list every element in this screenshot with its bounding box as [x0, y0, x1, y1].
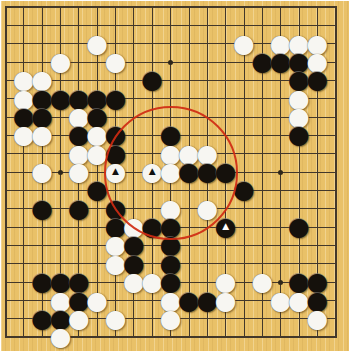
board-cell[interactable]: ● [88, 35, 106, 53]
board-cell[interactable] [143, 328, 161, 346]
board-cell[interactable]: ● [70, 310, 88, 328]
board-cell[interactable] [33, 16, 51, 34]
board-cell[interactable] [180, 310, 198, 328]
board-cell[interactable] [235, 108, 253, 126]
board-cell[interactable] [0, 163, 15, 181]
board-cell[interactable] [198, 53, 216, 71]
board-cell[interactable] [88, 0, 106, 16]
board-cell[interactable] [180, 71, 198, 89]
board-cell[interactable] [51, 236, 69, 254]
board-cell[interactable] [51, 218, 69, 236]
board-cell[interactable] [327, 163, 345, 181]
board-cell[interactable] [161, 53, 179, 71]
board-cell[interactable]: ● [180, 291, 198, 309]
board-cell[interactable] [327, 310, 345, 328]
board-cell[interactable] [15, 273, 33, 291]
red-circle-annotation [104, 106, 238, 240]
board-cell[interactable] [33, 218, 51, 236]
board-cell[interactable] [235, 200, 253, 218]
board-cell[interactable] [235, 328, 253, 346]
board-cell[interactable]: ● [106, 53, 124, 71]
board-cell[interactable] [106, 273, 124, 291]
board-cell[interactable] [0, 200, 15, 218]
board-cell[interactable] [308, 200, 326, 218]
board-cell[interactable]: ● [33, 163, 51, 181]
board-cell[interactable] [253, 218, 271, 236]
board-cell[interactable] [271, 71, 289, 89]
board-cell[interactable]: ● [70, 163, 88, 181]
board-cell[interactable] [216, 328, 234, 346]
board-cell[interactable]: ● [143, 71, 161, 89]
board-cell[interactable] [88, 255, 106, 273]
board-cell[interactable] [253, 328, 271, 346]
board-cell[interactable] [125, 35, 143, 53]
board-cell[interactable] [253, 16, 271, 34]
board-cell[interactable] [327, 236, 345, 254]
board-cell[interactable] [290, 310, 308, 328]
board-cell[interactable] [253, 291, 271, 309]
board-cell[interactable] [271, 328, 289, 346]
board-cell[interactable] [143, 236, 161, 254]
board-cell[interactable] [235, 126, 253, 144]
board-cell[interactable] [198, 16, 216, 34]
board-cell[interactable]: ● [125, 273, 143, 291]
board-cell[interactable] [198, 90, 216, 108]
board-cell[interactable] [88, 310, 106, 328]
board-cell[interactable]: ● [161, 310, 179, 328]
board-cell[interactable] [327, 35, 345, 53]
board-cell[interactable] [308, 163, 326, 181]
board-cell[interactable] [15, 181, 33, 199]
board-cell[interactable] [198, 0, 216, 16]
board-cell[interactable] [308, 0, 326, 16]
board-cell[interactable] [70, 16, 88, 34]
white-stone: ● [160, 309, 182, 327]
board-cell[interactable] [216, 16, 234, 34]
board-cell[interactable] [88, 236, 106, 254]
board-cell[interactable] [308, 108, 326, 126]
board-cell[interactable] [327, 145, 345, 163]
board-cell[interactable] [308, 328, 326, 346]
board-cell[interactable] [125, 53, 143, 71]
board-cell[interactable] [51, 108, 69, 126]
board-cell[interactable] [161, 35, 179, 53]
board-cell[interactable] [143, 16, 161, 34]
white-stone: ● [215, 291, 237, 309]
board-cell[interactable] [253, 71, 271, 89]
board-cell[interactable] [216, 108, 234, 126]
board-cell[interactable] [70, 218, 88, 236]
board-cell[interactable] [327, 108, 345, 126]
black-stone: ● [68, 199, 90, 217]
white-stone: ● [105, 53, 127, 71]
board-cell[interactable] [216, 0, 234, 16]
board-cell[interactable] [253, 163, 271, 181]
board-cell[interactable] [125, 71, 143, 89]
board-cell[interactable] [290, 328, 308, 346]
board-cell[interactable]: ● [33, 273, 51, 291]
board-cell[interactable] [143, 310, 161, 328]
board-cell[interactable] [15, 163, 33, 181]
board-cell[interactable] [216, 310, 234, 328]
board-cell[interactable]: ● [106, 90, 124, 108]
board-cell[interactable] [253, 236, 271, 254]
board-cell[interactable] [290, 181, 308, 199]
board-cell[interactable]: ● [253, 53, 271, 71]
board-cell[interactable] [271, 310, 289, 328]
black-stone: ● [31, 199, 53, 217]
board-cell[interactable] [327, 90, 345, 108]
board-cell[interactable] [253, 145, 271, 163]
white-stone: ● [105, 309, 127, 327]
board-cell[interactable] [235, 71, 253, 89]
board-cell[interactable]: ● [51, 53, 69, 71]
board-cell[interactable] [125, 16, 143, 34]
board-cell[interactable] [70, 236, 88, 254]
board-cell[interactable] [15, 328, 33, 346]
white-stone: ● [31, 126, 53, 144]
board-cell[interactable] [271, 108, 289, 126]
board-cell[interactable] [235, 53, 253, 71]
board-cell[interactable] [15, 145, 33, 163]
board-cell[interactable] [253, 108, 271, 126]
board-cell[interactable]: ●▲ [216, 218, 234, 236]
board-cell[interactable] [235, 236, 253, 254]
board-cell[interactable] [0, 0, 15, 16]
board-cell[interactable] [0, 35, 15, 53]
board-cell[interactable] [0, 181, 15, 199]
board-cell[interactable] [308, 90, 326, 108]
board-cell[interactable] [327, 218, 345, 236]
board-cell[interactable] [15, 35, 33, 53]
board-cell[interactable] [51, 163, 69, 181]
black-stone: ● [288, 218, 310, 236]
board-cell[interactable] [143, 0, 161, 16]
board-cell[interactable]: ● [143, 273, 161, 291]
board-cell[interactable] [180, 90, 198, 108]
board-cell[interactable]: ● [33, 200, 51, 218]
board-cell[interactable] [51, 145, 69, 163]
board-cell[interactable] [15, 255, 33, 273]
board-cell[interactable] [70, 0, 88, 16]
board-cell[interactable] [33, 236, 51, 254]
board-cell[interactable] [271, 181, 289, 199]
board-cell[interactable] [88, 328, 106, 346]
board-cell[interactable] [51, 181, 69, 199]
board-cell[interactable] [161, 0, 179, 16]
board-cell[interactable] [106, 16, 124, 34]
board-cell[interactable] [0, 145, 15, 163]
board-cell[interactable] [88, 200, 106, 218]
board-cell[interactable] [143, 35, 161, 53]
board-cell[interactable] [253, 181, 271, 199]
board-cell[interactable]: ● [290, 126, 308, 144]
board-cell[interactable] [271, 255, 289, 273]
board-cell[interactable] [198, 328, 216, 346]
board-cell[interactable]: ● [88, 145, 106, 163]
go-board: ●●●●●●●●●●●●●●●●●●●●●●●●●●●●●●●●●●●●●●●●… [1, 1, 349, 351]
board-cell[interactable] [253, 200, 271, 218]
board-cell[interactable] [216, 53, 234, 71]
board-cell[interactable] [180, 328, 198, 346]
black-stone: ● [141, 71, 163, 89]
board-cell[interactable] [327, 200, 345, 218]
board-cell[interactable] [0, 273, 15, 291]
board-cell[interactable] [308, 145, 326, 163]
board-cell[interactable] [327, 181, 345, 199]
board-cell[interactable] [51, 16, 69, 34]
board-cell[interactable] [271, 163, 289, 181]
board-cell[interactable] [143, 291, 161, 309]
board-cell[interactable] [88, 218, 106, 236]
board-cell[interactable] [253, 90, 271, 108]
board-cell[interactable]: ● [216, 291, 234, 309]
board-cell[interactable] [143, 90, 161, 108]
board-cell[interactable] [216, 90, 234, 108]
board-cell[interactable] [308, 236, 326, 254]
board-cell[interactable] [70, 328, 88, 346]
white-stone: ● [31, 163, 53, 181]
board-cell[interactable] [271, 218, 289, 236]
board-cell[interactable]: ● [290, 291, 308, 309]
board-cell[interactable]: ● [88, 291, 106, 309]
board-cell[interactable] [271, 126, 289, 144]
board-cell[interactable] [106, 0, 124, 16]
board-cell[interactable] [0, 16, 15, 34]
board-cell[interactable] [106, 328, 124, 346]
board-cell[interactable]: ● [15, 126, 33, 144]
board-cell[interactable] [51, 126, 69, 144]
board-cell[interactable] [125, 90, 143, 108]
board-cell[interactable] [235, 310, 253, 328]
board-cell[interactable] [33, 328, 51, 346]
board-cell[interactable] [125, 291, 143, 309]
board-cell[interactable] [216, 71, 234, 89]
board-cell[interactable] [198, 71, 216, 89]
board-cell[interactable] [327, 0, 345, 16]
board-cell[interactable]: ● [271, 291, 289, 309]
white-stone: ● [306, 309, 328, 327]
board-cell[interactable] [327, 71, 345, 89]
board-cell[interactable]: ● [70, 200, 88, 218]
board-cell[interactable] [198, 310, 216, 328]
board-cell[interactable] [327, 16, 345, 34]
board-cell[interactable] [235, 90, 253, 108]
board-cell[interactable]: ● [88, 181, 106, 199]
board-cell[interactable] [253, 310, 271, 328]
board-cell[interactable] [180, 16, 198, 34]
board-cell[interactable] [327, 255, 345, 273]
board-cell[interactable] [15, 310, 33, 328]
board-cell[interactable] [125, 310, 143, 328]
board-cell[interactable]: ● [33, 310, 51, 328]
board-cell[interactable]: ● [235, 181, 253, 199]
board-cell[interactable] [198, 255, 216, 273]
board-cell[interactable] [327, 53, 345, 71]
board-cell[interactable]: ● [51, 90, 69, 108]
board-cell[interactable] [15, 16, 33, 34]
board-cell[interactable] [290, 145, 308, 163]
board-cell[interactable] [235, 218, 253, 236]
board-cell[interactable] [235, 255, 253, 273]
board-cell[interactable]: ● [253, 273, 271, 291]
board-cell[interactable]: ● [51, 328, 69, 346]
board-cell[interactable] [198, 236, 216, 254]
board-cell[interactable] [308, 126, 326, 144]
board-cell[interactable] [327, 273, 345, 291]
board-cell[interactable] [327, 126, 345, 144]
board-cell[interactable] [235, 0, 253, 16]
board-cell[interactable] [180, 255, 198, 273]
board-cell[interactable] [253, 0, 271, 16]
board-cell[interactable] [235, 273, 253, 291]
board-cell[interactable] [33, 0, 51, 16]
board-cell[interactable] [51, 200, 69, 218]
board-cell[interactable] [180, 236, 198, 254]
board-cell[interactable] [216, 236, 234, 254]
board-cell[interactable]: ● [290, 218, 308, 236]
board-cell[interactable] [235, 291, 253, 309]
board-cell[interactable] [0, 328, 15, 346]
board-cell[interactable]: ● [198, 291, 216, 309]
board-cell[interactable]: ● [308, 310, 326, 328]
board-cell[interactable] [125, 328, 143, 346]
board-cell[interactable] [271, 200, 289, 218]
board-cell[interactable]: ● [308, 71, 326, 89]
board-cell[interactable] [15, 218, 33, 236]
board-cell[interactable] [15, 291, 33, 309]
board-cell[interactable] [327, 328, 345, 346]
board-cell[interactable] [0, 291, 15, 309]
board-cell[interactable]: ● [271, 53, 289, 71]
board-cell[interactable] [0, 255, 15, 273]
board-cell[interactable] [0, 236, 15, 254]
board-cell[interactable] [290, 0, 308, 16]
board-cell[interactable] [161, 71, 179, 89]
board-cell[interactable] [327, 291, 345, 309]
board-cell[interactable] [70, 35, 88, 53]
board-cell[interactable] [15, 0, 33, 16]
board-cell[interactable] [198, 35, 216, 53]
board-cell[interactable] [180, 35, 198, 53]
board-cell[interactable]: ● [33, 126, 51, 144]
board-cell[interactable] [33, 35, 51, 53]
board-cell[interactable] [15, 200, 33, 218]
white-stone: ● [50, 328, 72, 346]
board-cell[interactable] [161, 328, 179, 346]
board-cell[interactable] [271, 0, 289, 16]
board-cell[interactable] [308, 181, 326, 199]
board-cell[interactable] [271, 90, 289, 108]
board-cell[interactable] [290, 236, 308, 254]
board-cell[interactable]: ● [106, 310, 124, 328]
board-cell[interactable]: ● [106, 255, 124, 273]
board-cell[interactable] [271, 145, 289, 163]
go-app-window: ●●●●●●●●●●●●●●●●●●●●●●●●●●●●●●●●●●●●●●●●… [0, 0, 350, 352]
board-cell[interactable] [161, 16, 179, 34]
board-cell[interactable] [70, 53, 88, 71]
board-cell[interactable]: ● [235, 35, 253, 53]
board-cell[interactable] [235, 145, 253, 163]
board-cell[interactable] [125, 0, 143, 16]
board-cell[interactable] [0, 310, 15, 328]
board-cell[interactable] [180, 0, 198, 16]
board-cell[interactable] [15, 236, 33, 254]
board-cell[interactable] [51, 0, 69, 16]
board-cell[interactable] [290, 163, 308, 181]
board-cell[interactable] [216, 35, 234, 53]
black-stone: ● [288, 126, 310, 144]
board-cell[interactable] [0, 218, 15, 236]
board-cell[interactable] [271, 236, 289, 254]
board-cell[interactable] [88, 53, 106, 71]
board-cell[interactable] [253, 126, 271, 144]
board-cell[interactable] [180, 53, 198, 71]
board-cell[interactable] [308, 218, 326, 236]
